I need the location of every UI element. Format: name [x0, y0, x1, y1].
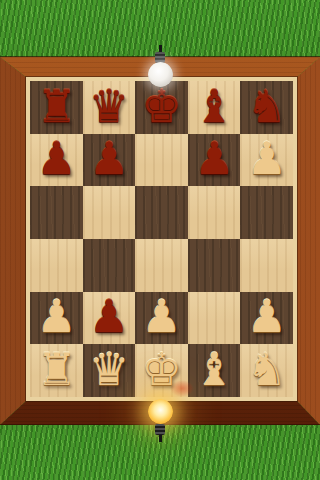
square-d3[interactable] — [188, 239, 241, 292]
bulb-socket — [155, 424, 165, 435]
bulb-stem — [159, 45, 162, 52]
square-a4[interactable] — [30, 186, 83, 239]
piece-white-pawn[interactable]: ♟ — [141, 294, 181, 339]
piece-red-rook[interactable]: ♜ — [36, 84, 76, 129]
square-a5[interactable]: ♟ — [30, 134, 83, 187]
square-b3[interactable] — [83, 239, 136, 292]
piece-white-pawn[interactable]: ♟ — [247, 136, 287, 181]
piece-red-king[interactable]: ♚ — [141, 84, 181, 129]
square-e1[interactable]: ♞ — [240, 344, 293, 397]
square-e5[interactable]: ♟ — [240, 134, 293, 187]
square-e2[interactable]: ♟ — [240, 292, 293, 345]
square-d2[interactable] — [188, 292, 241, 345]
bulb-glass — [148, 62, 173, 87]
square-b1[interactable]: ♛ — [83, 344, 136, 397]
piece-white-pawn[interactable]: ♟ — [36, 294, 76, 339]
square-a2[interactable]: ♟ — [30, 292, 83, 345]
board-bezel: ♜♛♚♝♞♟♟♟♟♟♟♟♟♜♛♚♝♞ — [26, 77, 297, 401]
piece-white-knight[interactable]: ♞ — [247, 347, 287, 392]
square-d5[interactable]: ♟ — [188, 134, 241, 187]
chess-board: ♜♛♚♝♞♟♟♟♟♟♟♟♟♜♛♚♝♞ — [30, 81, 293, 397]
black-turn-bulb — [142, 45, 178, 87]
square-c4[interactable] — [135, 186, 188, 239]
square-c3[interactable] — [135, 239, 188, 292]
square-d6[interactable]: ♝ — [188, 81, 241, 134]
square-a3[interactable] — [30, 239, 83, 292]
square-c2[interactable]: ♟ — [135, 292, 188, 345]
square-a1[interactable]: ♜ — [30, 344, 83, 397]
bulb-glass — [148, 399, 173, 424]
piece-white-bishop[interactable]: ♝ — [194, 347, 234, 392]
square-b2[interactable]: ♟ — [83, 292, 136, 345]
piece-red-pawn[interactable]: ♟ — [194, 136, 234, 181]
square-e3[interactable] — [240, 239, 293, 292]
square-b5[interactable]: ♟ — [83, 134, 136, 187]
red-paint-smudge — [170, 380, 194, 397]
piece-red-pawn[interactable]: ♟ — [89, 294, 129, 339]
piece-red-pawn[interactable]: ♟ — [36, 136, 76, 181]
square-b6[interactable]: ♛ — [83, 81, 136, 134]
square-e6[interactable]: ♞ — [240, 81, 293, 134]
square-a6[interactable]: ♜ — [30, 81, 83, 134]
piece-white-queen[interactable]: ♛ — [89, 347, 129, 392]
bulb-stem — [159, 435, 162, 442]
piece-red-bishop[interactable]: ♝ — [194, 84, 234, 129]
square-c5[interactable] — [135, 134, 188, 187]
piece-white-pawn[interactable]: ♟ — [247, 294, 287, 339]
square-b4[interactable] — [83, 186, 136, 239]
piece-red-queen[interactable]: ♛ — [89, 84, 129, 129]
square-e4[interactable] — [240, 186, 293, 239]
piece-white-rook[interactable]: ♜ — [36, 347, 76, 392]
white-turn-bulb — [142, 399, 178, 442]
square-c6[interactable]: ♚ — [135, 81, 188, 134]
square-d1[interactable]: ♝ — [188, 344, 241, 397]
piece-red-knight[interactable]: ♞ — [247, 84, 287, 129]
piece-red-pawn[interactable]: ♟ — [89, 136, 129, 181]
square-d4[interactable] — [188, 186, 241, 239]
